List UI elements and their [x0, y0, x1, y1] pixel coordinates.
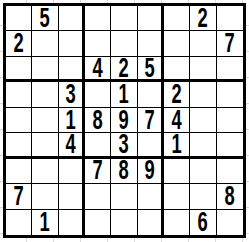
cell-digit: 4 — [65, 133, 75, 158]
cell-r6c1[interactable] — [6, 133, 32, 158]
cell-digit: 7 — [14, 184, 24, 209]
cell-r6c9[interactable] — [217, 133, 243, 158]
cell-r8c7[interactable] — [164, 184, 190, 209]
cell-r4c7[interactable]: 2 — [164, 82, 190, 107]
cell-digit: 8 — [119, 159, 129, 184]
cell-digit: 3 — [119, 133, 129, 158]
cell-r3c5[interactable]: 2 — [111, 57, 137, 82]
cell-r5c2[interactable] — [32, 108, 58, 133]
cell-r3c4[interactable]: 4 — [85, 57, 111, 82]
cell-digit: 3 — [65, 82, 75, 107]
cell-digit: 7 — [144, 108, 154, 133]
cell-r9c9[interactable] — [217, 210, 243, 235]
cell-r4c9[interactable] — [217, 82, 243, 107]
cell-r6c7[interactable]: 1 — [164, 133, 190, 158]
cell-r7c5[interactable]: 8 — [111, 159, 137, 184]
cell-digit: 7 — [225, 31, 235, 56]
cell-r2c2[interactable] — [32, 31, 58, 56]
cell-r5c7[interactable]: 4 — [164, 108, 190, 133]
cell-r5c5[interactable]: 9 — [111, 108, 137, 133]
cell-r1c5[interactable] — [111, 6, 137, 31]
cell-digit: 1 — [119, 82, 129, 107]
cell-r1c9[interactable] — [217, 6, 243, 31]
cell-r9c4[interactable] — [85, 210, 111, 235]
cell-r9c5[interactable] — [111, 210, 137, 235]
cell-r3c1[interactable] — [6, 57, 32, 82]
cell-r3c9[interactable] — [217, 57, 243, 82]
cell-r1c7[interactable] — [164, 6, 190, 31]
cell-r9c6[interactable] — [138, 210, 164, 235]
cell-r4c8[interactable] — [190, 82, 216, 107]
cell-r2c7[interactable] — [164, 31, 190, 56]
cell-r1c4[interactable] — [85, 6, 111, 31]
cell-digit: 5 — [144, 57, 154, 82]
cell-r5c9[interactable] — [217, 108, 243, 133]
cell-r9c2[interactable]: 1 — [32, 210, 58, 235]
cell-r2c5[interactable] — [111, 31, 137, 56]
cell-digit: 1 — [172, 133, 182, 158]
cell-r1c3[interactable] — [59, 6, 85, 31]
cell-r6c4[interactable] — [85, 133, 111, 158]
cell-r7c4[interactable]: 7 — [85, 159, 111, 184]
cell-r7c9[interactable] — [217, 159, 243, 184]
cell-r1c6[interactable] — [138, 6, 164, 31]
cell-r2c4[interactable] — [85, 31, 111, 56]
cell-r7c1[interactable] — [6, 159, 32, 184]
cell-digit: 2 — [172, 82, 182, 107]
cell-r5c6[interactable]: 7 — [138, 108, 164, 133]
cell-r5c8[interactable] — [190, 108, 216, 133]
cell-digit: 2 — [14, 31, 24, 56]
cell-digit: 1 — [40, 210, 50, 235]
cell-r4c4[interactable] — [85, 82, 111, 107]
cell-r7c8[interactable] — [190, 159, 216, 184]
cell-r5c1[interactable] — [6, 108, 32, 133]
cell-r8c9[interactable]: 8 — [217, 184, 243, 209]
cell-digit: 8 — [93, 108, 103, 133]
cell-r8c6[interactable] — [138, 184, 164, 209]
cell-r6c6[interactable] — [138, 133, 164, 158]
sudoku-board: 5227425312189744317897816 — [3, 3, 246, 238]
cell-r2c9[interactable]: 7 — [217, 31, 243, 56]
cell-r8c4[interactable] — [85, 184, 111, 209]
cell-r2c1[interactable]: 2 — [6, 31, 32, 56]
cell-r2c8[interactable] — [190, 31, 216, 56]
cell-r7c6[interactable]: 9 — [138, 159, 164, 184]
cell-r4c3[interactable]: 3 — [59, 82, 85, 107]
cell-r8c1[interactable]: 7 — [6, 184, 32, 209]
cell-digit: 2 — [198, 6, 208, 31]
cell-r3c7[interactable] — [164, 57, 190, 82]
cell-r9c3[interactable] — [59, 210, 85, 235]
cell-digit: 5 — [40, 6, 50, 31]
cell-r7c2[interactable] — [32, 159, 58, 184]
spreadsheet-background: 5227425312189744317897816 — [0, 0, 249, 242]
cell-digit: 6 — [198, 210, 208, 235]
cell-digit: 9 — [144, 159, 154, 184]
cell-r4c1[interactable] — [6, 82, 32, 107]
cell-digit: 4 — [172, 108, 182, 133]
cell-r8c5[interactable] — [111, 184, 137, 209]
cell-digit: 7 — [93, 159, 103, 184]
cell-digit: 8 — [225, 184, 235, 209]
cell-r8c8[interactable] — [190, 184, 216, 209]
cell-r9c1[interactable] — [6, 210, 32, 235]
cell-digit: 2 — [119, 57, 129, 82]
cell-r9c7[interactable] — [164, 210, 190, 235]
cell-digit: 1 — [65, 108, 75, 133]
cell-r2c6[interactable] — [138, 31, 164, 56]
cell-r1c2[interactable]: 5 — [32, 6, 58, 31]
cell-r7c3[interactable] — [59, 159, 85, 184]
cell-r8c2[interactable] — [32, 184, 58, 209]
cell-r9c8[interactable]: 6 — [190, 210, 216, 235]
cell-r3c2[interactable] — [32, 57, 58, 82]
cell-r2c3[interactable] — [59, 31, 85, 56]
cell-r4c6[interactable] — [138, 82, 164, 107]
cell-r3c8[interactable] — [190, 57, 216, 82]
cell-r8c3[interactable] — [59, 184, 85, 209]
cell-digit: 9 — [119, 108, 129, 133]
cell-r3c6[interactable]: 5 — [138, 57, 164, 82]
cell-r5c3[interactable]: 1 — [59, 108, 85, 133]
cell-r6c3[interactable]: 4 — [59, 133, 85, 158]
cell-digit: 4 — [93, 57, 103, 82]
cell-r1c1[interactable] — [6, 6, 32, 31]
cell-r7c7[interactable] — [164, 159, 190, 184]
cell-r6c5[interactable]: 3 — [111, 133, 137, 158]
cell-r4c2[interactable] — [32, 82, 58, 107]
cell-r4c5[interactable]: 1 — [111, 82, 137, 107]
cell-r6c2[interactable] — [32, 133, 58, 158]
cell-r1c8[interactable]: 2 — [190, 6, 216, 31]
cell-r6c8[interactable] — [190, 133, 216, 158]
cell-r5c4[interactable]: 8 — [85, 108, 111, 133]
cell-r3c3[interactable] — [59, 57, 85, 82]
